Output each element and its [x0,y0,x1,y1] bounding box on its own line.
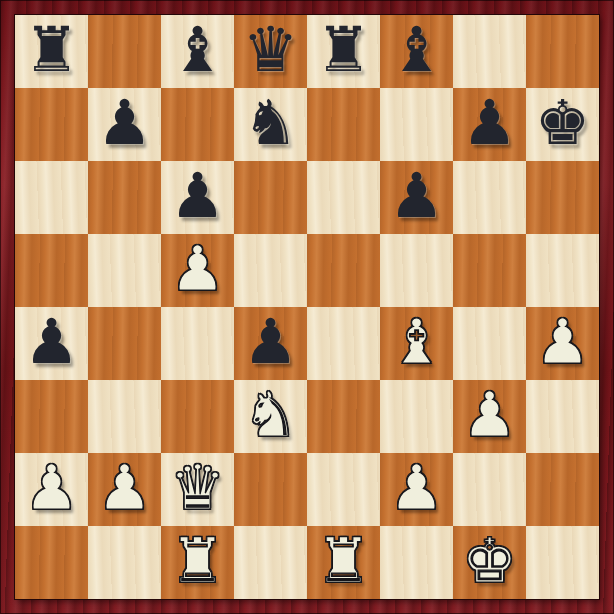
square-e1[interactable]: ♜ [307,526,380,599]
square-c6[interactable]: ♟ [161,161,234,234]
square-g1[interactable]: ♚ [453,526,526,599]
piece-black-rook[interactable]: ♜ [316,13,372,86]
piece-white-king[interactable]: ♚ [462,524,518,597]
square-f4[interactable]: ♝ [380,307,453,380]
square-f5[interactable] [380,234,453,307]
square-a8[interactable]: ♜ [15,15,88,88]
piece-black-pawn[interactable]: ♟ [24,305,80,378]
board-frame: ♜♝♛♜♝♟♞♟♚♟♟♟♟♟♝♟♞♟♟♟♛♟♜♜♚ [0,0,614,614]
piece-white-knight[interactable]: ♞ [243,378,299,451]
square-e3[interactable] [307,380,380,453]
square-e4[interactable] [307,307,380,380]
square-h5[interactable] [526,234,599,307]
square-d3[interactable]: ♞ [234,380,307,453]
square-b6[interactable] [88,161,161,234]
square-b2[interactable]: ♟ [88,453,161,526]
square-f1[interactable] [380,526,453,599]
square-c3[interactable] [161,380,234,453]
square-b1[interactable] [88,526,161,599]
piece-white-pawn[interactable]: ♟ [24,451,80,524]
square-c1[interactable]: ♜ [161,526,234,599]
square-a2[interactable]: ♟ [15,453,88,526]
square-d6[interactable] [234,161,307,234]
square-c5[interactable]: ♟ [161,234,234,307]
square-b8[interactable] [88,15,161,88]
piece-white-rook[interactable]: ♜ [170,524,226,597]
square-a4[interactable]: ♟ [15,307,88,380]
square-a6[interactable] [15,161,88,234]
piece-black-bishop[interactable]: ♝ [389,13,445,86]
piece-black-pawn[interactable]: ♟ [389,159,445,232]
square-g4[interactable] [453,307,526,380]
piece-black-pawn[interactable]: ♟ [243,305,299,378]
square-e7[interactable] [307,88,380,161]
square-h3[interactable] [526,380,599,453]
square-d5[interactable] [234,234,307,307]
square-h4[interactable]: ♟ [526,307,599,380]
square-h7[interactable]: ♚ [526,88,599,161]
piece-black-rook[interactable]: ♜ [24,13,80,86]
square-g8[interactable] [453,15,526,88]
piece-black-pawn[interactable]: ♟ [170,159,226,232]
piece-black-bishop[interactable]: ♝ [170,13,226,86]
chess-board: ♜♝♛♜♝♟♞♟♚♟♟♟♟♟♝♟♞♟♟♟♛♟♜♜♚ [15,15,599,599]
square-g6[interactable] [453,161,526,234]
square-e6[interactable] [307,161,380,234]
piece-white-pawn[interactable]: ♟ [170,232,226,305]
square-f3[interactable] [380,380,453,453]
square-a7[interactable] [15,88,88,161]
piece-black-knight[interactable]: ♞ [243,86,299,159]
square-a3[interactable] [15,380,88,453]
square-g3[interactable]: ♟ [453,380,526,453]
square-g2[interactable] [453,453,526,526]
square-f7[interactable] [380,88,453,161]
piece-black-pawn[interactable]: ♟ [97,86,153,159]
square-h2[interactable] [526,453,599,526]
square-b4[interactable] [88,307,161,380]
square-g7[interactable]: ♟ [453,88,526,161]
square-e5[interactable] [307,234,380,307]
square-b7[interactable]: ♟ [88,88,161,161]
square-d4[interactable]: ♟ [234,307,307,380]
square-a5[interactable] [15,234,88,307]
square-e2[interactable] [307,453,380,526]
piece-white-pawn[interactable]: ♟ [97,451,153,524]
square-h6[interactable] [526,161,599,234]
square-d7[interactable]: ♞ [234,88,307,161]
square-e8[interactable]: ♜ [307,15,380,88]
square-d8[interactable]: ♛ [234,15,307,88]
square-f6[interactable]: ♟ [380,161,453,234]
square-c8[interactable]: ♝ [161,15,234,88]
square-b5[interactable] [88,234,161,307]
square-c2[interactable]: ♛ [161,453,234,526]
piece-white-pawn[interactable]: ♟ [462,378,518,451]
square-h1[interactable] [526,526,599,599]
square-c7[interactable] [161,88,234,161]
square-g5[interactable] [453,234,526,307]
square-c4[interactable] [161,307,234,380]
piece-white-bishop[interactable]: ♝ [389,305,445,378]
square-d2[interactable] [234,453,307,526]
piece-white-pawn[interactable]: ♟ [389,451,445,524]
square-h8[interactable] [526,15,599,88]
square-b3[interactable] [88,380,161,453]
piece-white-pawn[interactable]: ♟ [535,305,591,378]
piece-black-king[interactable]: ♚ [535,86,591,159]
square-d1[interactable] [234,526,307,599]
piece-black-queen[interactable]: ♛ [243,13,299,86]
square-f8[interactable]: ♝ [380,15,453,88]
piece-black-pawn[interactable]: ♟ [462,86,518,159]
piece-white-queen[interactable]: ♛ [170,451,226,524]
piece-white-rook[interactable]: ♜ [316,524,372,597]
square-f2[interactable]: ♟ [380,453,453,526]
square-a1[interactable] [15,526,88,599]
